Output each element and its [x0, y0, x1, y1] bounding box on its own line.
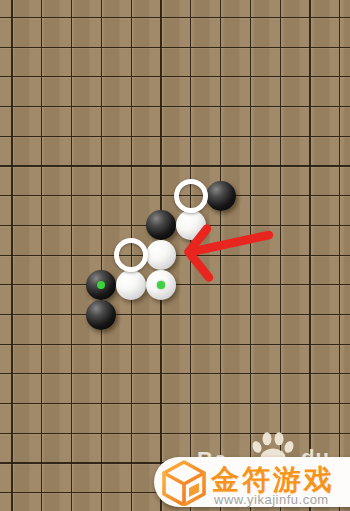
black-stone: ●: [206, 181, 236, 211]
last-move-green-dot: [157, 281, 165, 289]
black-stone-glyph: ●: [206, 181, 236, 211]
grid-horizontal-line: [0, 344, 350, 345]
gomoku-board-screen: Ba du ●●●●○○○○ 金符游戏 www.: [0, 0, 350, 511]
grid-horizontal-line: [0, 165, 350, 166]
white-stone: ○: [146, 240, 176, 270]
grid-horizontal-line: [0, 76, 350, 77]
white-stone: ○: [176, 210, 206, 240]
white-stone: ○: [116, 270, 146, 300]
black-stone-glyph: ●: [146, 210, 176, 240]
grid-horizontal-line: [0, 106, 350, 107]
white-stone-glyph: ○: [116, 270, 146, 300]
black-stone: ●: [146, 210, 176, 240]
white-circle-mark: [114, 238, 148, 272]
grid-horizontal-line: [0, 373, 350, 374]
black-stone: ●: [86, 270, 116, 300]
last-move-green-dot: [97, 281, 105, 289]
white-stone-glyph: ○: [176, 210, 206, 240]
watermark-url-text: www.yikajinfu.com: [214, 492, 329, 507]
white-stone-glyph: ○: [146, 240, 176, 270]
grid-horizontal-line: [0, 17, 350, 18]
black-stone-glyph: ●: [86, 300, 116, 330]
white-stone: ○: [146, 270, 176, 300]
grid-horizontal-line: [0, 136, 350, 137]
white-circle-mark: [174, 179, 208, 213]
gift-box-cube-icon: [159, 459, 209, 506]
grid-horizontal-line: [0, 47, 350, 48]
grid-horizontal-line: [0, 403, 350, 404]
black-stone: ●: [86, 300, 116, 330]
grid-horizontal-line: [0, 433, 350, 434]
grid-horizontal-line: [0, 314, 350, 315]
